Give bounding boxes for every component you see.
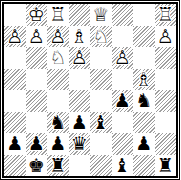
piece-white-knight: ♘ [90, 26, 112, 48]
square-d5[interactable] [90, 90, 112, 112]
piece-white-bishop: ♗ [69, 26, 91, 48]
square-e8[interactable] [69, 155, 91, 177]
piece-white-bishop: ♗ [133, 69, 155, 91]
piece-fill-layer: ♟ [47, 26, 69, 48]
piece-white-pawn: ♙ [47, 26, 69, 48]
piece-white-rook: ♖ [155, 4, 177, 26]
piece-black-pawn: ♟ [47, 133, 69, 155]
square-b7[interactable]: ♟♟ [133, 133, 155, 155]
piece-white-rook: ♖ [47, 4, 69, 26]
square-b6[interactable] [133, 112, 155, 134]
piece-fill-layer: ♝ [112, 155, 134, 177]
square-c7[interactable] [112, 133, 134, 155]
square-h2[interactable]: ♟♙ [4, 26, 26, 48]
square-c5[interactable]: ♟♟ [112, 90, 134, 112]
square-g5[interactable] [26, 90, 48, 112]
square-a2[interactable]: ♟♙ [155, 26, 177, 48]
piece-fill-layer: ♟ [133, 133, 155, 155]
square-f8[interactable]: ♜♜ [47, 155, 69, 177]
piece-white-pawn: ♙ [69, 47, 91, 69]
piece-fill-layer: ♜ [155, 155, 177, 177]
piece-fill-layer: ♟ [155, 26, 177, 48]
piece-white-pawn: ♙ [155, 26, 177, 48]
piece-fill-layer: ♟ [26, 133, 48, 155]
square-b2[interactable] [133, 26, 155, 48]
square-e3[interactable]: ♟♙ [69, 47, 91, 69]
square-g6[interactable] [26, 112, 48, 134]
square-g1[interactable]: ♚♔ [26, 4, 48, 26]
piece-fill-layer: ♟ [69, 112, 91, 134]
square-f7[interactable]: ♟♟ [47, 133, 69, 155]
square-g3[interactable] [26, 47, 48, 69]
square-c8[interactable]: ♝♝ [112, 155, 134, 177]
square-d4[interactable] [90, 69, 112, 91]
square-b8[interactable] [133, 155, 155, 177]
square-f3[interactable]: ♞♘ [47, 47, 69, 69]
piece-fill-layer: ♞ [90, 26, 112, 48]
piece-black-queen: ♛ [69, 133, 91, 155]
piece-fill-layer: ♟ [112, 90, 134, 112]
piece-black-king: ♚ [26, 155, 48, 177]
piece-fill-layer: ♟ [26, 26, 48, 48]
piece-black-rook: ♜ [47, 155, 69, 177]
square-b5[interactable]: ♞♞ [133, 90, 155, 112]
square-d6[interactable]: ♝♝ [90, 112, 112, 134]
piece-fill-layer: ♜ [47, 155, 69, 177]
square-h3[interactable] [4, 47, 26, 69]
piece-fill-layer: ♟ [47, 133, 69, 155]
square-f1[interactable]: ♜♖ [47, 4, 69, 26]
square-a3[interactable] [155, 47, 177, 69]
square-e6[interactable]: ♟♟ [69, 112, 91, 134]
piece-fill-layer: ♝ [133, 69, 155, 91]
square-b4[interactable]: ♝♗ [133, 69, 155, 91]
square-a1[interactable]: ♜♖ [155, 4, 177, 26]
piece-fill-layer: ♚ [26, 155, 48, 177]
square-d7[interactable] [90, 133, 112, 155]
square-a5[interactable] [155, 90, 177, 112]
piece-fill-layer: ♟ [112, 47, 134, 69]
chessboard: ♚♔♜♖♛♕♜♖♟♙♟♙♟♙♝♗♞♘♟♙♞♘♟♙♟♙♝♗♟♟♞♞♞♞♟♟♝♝♟♟… [4, 4, 176, 176]
piece-white-pawn: ♙ [112, 47, 134, 69]
piece-fill-layer: ♝ [69, 26, 91, 48]
piece-black-knight: ♞ [133, 90, 155, 112]
piece-black-bishop: ♝ [112, 155, 134, 177]
square-c4[interactable] [112, 69, 134, 91]
piece-white-pawn: ♙ [4, 26, 26, 48]
square-f5[interactable] [47, 90, 69, 112]
square-b3[interactable] [133, 47, 155, 69]
piece-fill-layer: ♛ [69, 133, 91, 155]
piece-white-queen: ♕ [90, 4, 112, 26]
chessboard-inner-border: ♚♔♜♖♛♕♜♖♟♙♟♙♟♙♝♗♞♘♟♙♞♘♟♙♟♙♝♗♟♟♞♞♞♞♟♟♝♝♟♟… [2, 2, 178, 178]
square-g2[interactable]: ♟♙ [26, 26, 48, 48]
square-g7[interactable]: ♟♟ [26, 133, 48, 155]
square-b1[interactable] [133, 4, 155, 26]
square-d2[interactable]: ♞♘ [90, 26, 112, 48]
piece-black-pawn: ♟ [4, 133, 26, 155]
square-e1[interactable] [69, 4, 91, 26]
square-f2[interactable]: ♟♙ [47, 26, 69, 48]
piece-fill-layer: ♚ [26, 4, 48, 26]
square-a7[interactable] [155, 133, 177, 155]
square-g8[interactable]: ♚♚ [26, 155, 48, 177]
piece-fill-layer: ♟ [4, 133, 26, 155]
square-h1[interactable] [4, 4, 26, 26]
piece-fill-layer: ♞ [133, 90, 155, 112]
piece-black-pawn: ♟ [133, 133, 155, 155]
square-e4[interactable] [69, 69, 91, 91]
square-h4[interactable] [4, 69, 26, 91]
piece-white-king: ♔ [26, 4, 48, 26]
square-c3[interactable]: ♟♙ [112, 47, 134, 69]
square-d1[interactable]: ♛♕ [90, 4, 112, 26]
piece-fill-layer: ♟ [4, 26, 26, 48]
piece-fill-layer: ♝ [90, 112, 112, 134]
piece-black-knight: ♞ [47, 112, 69, 134]
piece-fill-layer: ♛ [90, 4, 112, 26]
piece-fill-layer: ♟ [69, 47, 91, 69]
square-e5[interactable] [69, 90, 91, 112]
square-d3[interactable] [90, 47, 112, 69]
piece-white-pawn: ♙ [26, 26, 48, 48]
square-h8[interactable] [4, 155, 26, 177]
square-c6[interactable] [112, 112, 134, 134]
piece-fill-layer: ♞ [47, 112, 69, 134]
square-h5[interactable] [4, 90, 26, 112]
square-f4[interactable] [47, 69, 69, 91]
square-d8[interactable] [90, 155, 112, 177]
piece-fill-layer: ♞ [47, 47, 69, 69]
square-a4[interactable] [155, 69, 177, 91]
square-e2[interactable]: ♝♗ [69, 26, 91, 48]
square-c1[interactable] [112, 4, 134, 26]
piece-black-pawn: ♟ [26, 133, 48, 155]
square-a8[interactable]: ♜♜ [155, 155, 177, 177]
square-h6[interactable] [4, 112, 26, 134]
piece-black-pawn: ♟ [112, 90, 134, 112]
piece-fill-layer: ♜ [47, 4, 69, 26]
square-h7[interactable]: ♟♟ [4, 133, 26, 155]
square-a6[interactable] [155, 112, 177, 134]
square-e7[interactable]: ♛♛ [69, 133, 91, 155]
square-g4[interactable] [26, 69, 48, 91]
square-f6[interactable]: ♞♞ [47, 112, 69, 134]
piece-black-bishop: ♝ [90, 112, 112, 134]
chessboard-frame: ♚♔♜♖♛♕♜♖♟♙♟♙♟♙♝♗♞♘♟♙♞♘♟♙♟♙♝♗♟♟♞♞♞♞♟♟♝♝♟♟… [0, 0, 180, 180]
piece-white-knight: ♘ [47, 47, 69, 69]
square-c2[interactable] [112, 26, 134, 48]
piece-black-rook: ♜ [155, 155, 177, 177]
piece-fill-layer: ♜ [155, 4, 177, 26]
piece-black-pawn: ♟ [69, 112, 91, 134]
